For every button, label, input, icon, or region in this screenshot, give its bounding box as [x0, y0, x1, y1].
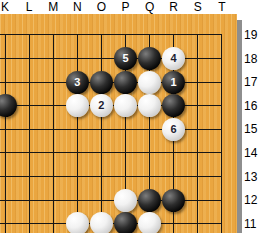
move-number-label: 2	[98, 100, 104, 111]
stone-white-Q16	[138, 94, 161, 117]
intersection-N16[interactable]	[65, 94, 89, 118]
intersection-M17[interactable]	[41, 70, 65, 94]
intersection-R18[interactable]: 4	[162, 47, 186, 71]
stone-white-N16	[66, 94, 89, 117]
intersection-P11[interactable]	[113, 212, 137, 233]
intersection-L15[interactable]	[17, 118, 41, 142]
intersection-M11[interactable]	[41, 212, 65, 233]
stone-white-Q17	[138, 71, 161, 94]
intersection-O19[interactable]	[89, 23, 113, 47]
move-number-label: 4	[171, 53, 177, 64]
intersection-P14[interactable]	[113, 141, 137, 165]
stone-white-N11	[66, 212, 89, 233]
intersection-Q18[interactable]	[138, 47, 162, 71]
intersection-R12[interactable]	[162, 188, 186, 212]
intersection-S18[interactable]	[186, 47, 210, 71]
intersection-T12[interactable]	[210, 188, 234, 212]
intersection-L13[interactable]	[17, 165, 41, 189]
intersection-S14[interactable]	[186, 141, 210, 165]
intersection-N19[interactable]	[65, 23, 89, 47]
intersection-O11[interactable]	[89, 212, 113, 233]
intersection-R17[interactable]: 1	[162, 70, 186, 94]
column-label-S: S	[194, 0, 202, 14]
row-label-19: 19	[244, 28, 257, 42]
column-label-M: M	[48, 0, 58, 14]
row-label-13: 13	[244, 170, 257, 184]
stone-black-R16	[162, 94, 185, 117]
intersection-Q15[interactable]	[138, 118, 162, 142]
intersection-T17[interactable]	[210, 70, 234, 94]
stone-white-R15: 6	[162, 118, 185, 141]
column-label-T: T	[218, 0, 225, 14]
intersection-P17[interactable]	[113, 70, 137, 94]
intersection-K18[interactable]	[0, 47, 17, 71]
stone-black-O17	[90, 71, 113, 94]
intersection-T13[interactable]	[210, 165, 234, 189]
intersection-R15[interactable]: 6	[162, 118, 186, 142]
row-label-14: 14	[244, 146, 257, 160]
stone-black-R17: 1	[162, 71, 185, 94]
intersection-Q16[interactable]	[138, 94, 162, 118]
stone-black-R12	[162, 189, 185, 212]
intersection-K14[interactable]	[0, 141, 17, 165]
intersection-N12[interactable]	[65, 188, 89, 212]
intersection-M13[interactable]	[41, 165, 65, 189]
stone-black-Q18	[138, 47, 161, 70]
stone-black-P11	[114, 212, 137, 233]
row-label-16: 16	[244, 99, 257, 113]
stone-white-R18: 4	[162, 47, 185, 70]
intersection-L18[interactable]	[17, 47, 41, 71]
row-label-12: 12	[244, 193, 257, 207]
stone-black-K16	[0, 94, 17, 117]
stone-white-Q11	[138, 212, 161, 233]
intersection-S16[interactable]	[186, 94, 210, 118]
intersection-N17[interactable]: 3	[65, 70, 89, 94]
column-label-N: N	[73, 0, 82, 14]
intersection-L19[interactable]	[17, 23, 41, 47]
intersection-M19[interactable]	[41, 23, 65, 47]
intersection-L11[interactable]	[17, 212, 41, 233]
intersection-O12[interactable]	[89, 188, 113, 212]
intersection-R16[interactable]	[162, 94, 186, 118]
intersection-P18[interactable]: 5	[113, 47, 137, 71]
row-label-15: 15	[244, 122, 257, 136]
move-number-label: 6	[171, 124, 177, 135]
intersection-T15[interactable]	[210, 118, 234, 142]
intersection-L12[interactable]	[17, 188, 41, 212]
intersection-T16[interactable]	[210, 94, 234, 118]
stone-black-N17: 3	[66, 71, 89, 94]
intersection-P13[interactable]	[113, 165, 137, 189]
column-label-Q: Q	[145, 0, 154, 14]
intersection-T18[interactable]	[210, 47, 234, 71]
intersection-R14[interactable]	[162, 141, 186, 165]
column-label-P: P	[121, 0, 129, 14]
intersection-K17[interactable]	[0, 70, 17, 94]
stone-white-P16	[114, 94, 137, 117]
move-number-label: 1	[171, 77, 177, 88]
go-diagram-window: KLMNOPQRST 543126 191817161514131211	[0, 0, 260, 233]
intersection-S19[interactable]	[186, 23, 210, 47]
intersection-Q19[interactable]	[138, 23, 162, 47]
intersection-M16[interactable]	[41, 94, 65, 118]
intersection-O17[interactable]	[89, 70, 113, 94]
intersection-S13[interactable]	[186, 165, 210, 189]
stone-black-P17	[114, 71, 137, 94]
row-label-11: 11	[244, 217, 256, 231]
intersection-L14[interactable]	[17, 141, 41, 165]
intersection-K19[interactable]	[0, 23, 17, 47]
column-labels: KLMNOPQRST	[0, 0, 260, 14]
intersection-T19[interactable]	[210, 23, 234, 47]
stone-white-O16: 2	[90, 94, 113, 117]
move-number-label: 5	[122, 53, 128, 64]
intersection-Q14[interactable]	[138, 141, 162, 165]
intersection-N14[interactable]	[65, 141, 89, 165]
column-label-O: O	[97, 0, 106, 14]
move-number-label: 3	[74, 77, 80, 88]
intersection-Q12[interactable]	[138, 188, 162, 212]
intersection-T11[interactable]	[210, 212, 234, 233]
go-board: 543126	[0, 14, 237, 233]
intersection-K13[interactable]	[0, 165, 17, 189]
stone-white-P12	[114, 189, 137, 212]
column-label-R: R	[169, 0, 178, 14]
intersection-L16[interactable]	[17, 94, 41, 118]
intersection-K11[interactable]	[0, 212, 17, 233]
intersection-K16[interactable]	[0, 94, 17, 118]
stone-white-O11	[90, 212, 113, 233]
intersection-N13[interactable]	[65, 165, 89, 189]
column-label-K: K	[1, 0, 9, 14]
row-label-17: 17	[244, 75, 257, 89]
intersection-S15[interactable]	[186, 118, 210, 142]
intersection-S12[interactable]	[186, 188, 210, 212]
intersection-M18[interactable]	[41, 47, 65, 71]
intersection-Q11[interactable]	[138, 212, 162, 233]
intersection-Q17[interactable]	[138, 70, 162, 94]
intersection-N15[interactable]	[65, 118, 89, 142]
intersection-N18[interactable]	[65, 47, 89, 71]
intersection-R13[interactable]	[162, 165, 186, 189]
intersection-Q13[interactable]	[138, 165, 162, 189]
intersection-M14[interactable]	[41, 141, 65, 165]
intersection-N11[interactable]	[65, 212, 89, 233]
column-label-L: L	[26, 0, 33, 14]
row-labels: 191817161514131211	[242, 14, 260, 233]
intersection-R19[interactable]	[162, 23, 186, 47]
intersection-K12[interactable]	[0, 188, 17, 212]
intersection-T14[interactable]	[210, 141, 234, 165]
intersection-M15[interactable]	[41, 118, 65, 142]
intersection-P12[interactable]	[113, 188, 137, 212]
stone-black-P18: 5	[114, 47, 137, 70]
intersection-O16[interactable]: 2	[89, 94, 113, 118]
intersection-O14[interactable]	[89, 141, 113, 165]
intersection-K15[interactable]	[0, 118, 17, 142]
intersection-P15[interactable]	[113, 118, 137, 142]
intersection-O18[interactable]	[89, 47, 113, 71]
intersection-S17[interactable]	[186, 70, 210, 94]
intersection-P16[interactable]	[113, 94, 137, 118]
row-label-18: 18	[244, 52, 257, 66]
stone-black-Q12	[138, 189, 161, 212]
board-grid: 543126	[0, 23, 234, 233]
intersection-L17[interactable]	[17, 70, 41, 94]
intersection-M12[interactable]	[41, 188, 65, 212]
intersection-S11[interactable]	[186, 212, 210, 233]
intersection-R11[interactable]	[162, 212, 186, 233]
intersection-O15[interactable]	[89, 118, 113, 142]
intersection-P19[interactable]	[113, 23, 137, 47]
intersection-O13[interactable]	[89, 165, 113, 189]
